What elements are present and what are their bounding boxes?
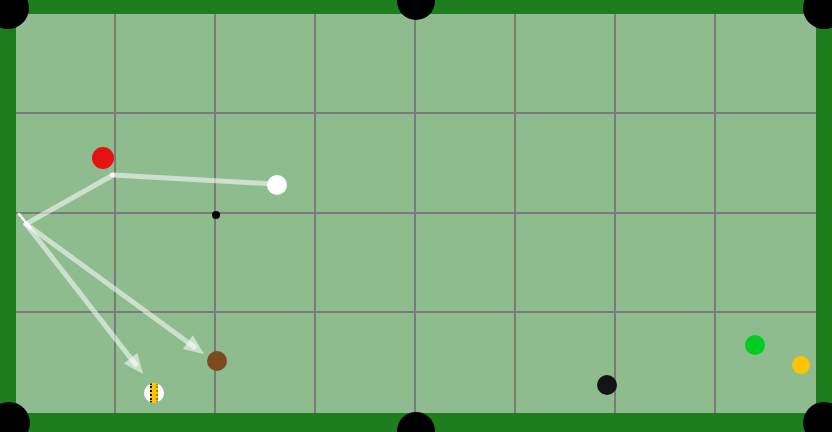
diamond-cell [216, 214, 316, 314]
diamond-cell [616, 14, 716, 114]
diamond-cell [216, 114, 316, 214]
diamond-cell [516, 14, 616, 114]
table-felt [16, 14, 816, 413]
ball-red[interactable] [92, 147, 114, 169]
diamond-cell [716, 114, 816, 214]
ball-gold[interactable] [792, 356, 810, 374]
ball-green[interactable] [745, 335, 765, 355]
diamond-cell [216, 14, 316, 114]
diamond-cell [416, 14, 516, 114]
diamond-cell [316, 313, 416, 413]
diamond-cell [16, 214, 116, 314]
diamond-cell [416, 114, 516, 214]
diamond-cell [316, 114, 416, 214]
diamond-cell [316, 214, 416, 314]
diamond-cell [516, 114, 616, 214]
ball-brown[interactable] [207, 351, 227, 371]
ball-black[interactable] [597, 375, 617, 395]
ball-striped-yellow[interactable] [144, 383, 164, 403]
diamond-cell [16, 313, 116, 413]
diamond-cell [616, 313, 716, 413]
diamond-cell [416, 214, 516, 314]
diamond-cell [216, 313, 316, 413]
diamond-cell [616, 214, 716, 314]
diamond-cell [516, 313, 616, 413]
diamond-cell [716, 214, 816, 314]
diamond-cell [616, 114, 716, 214]
diamond-cell [116, 14, 216, 114]
ball-cue-white[interactable] [267, 175, 287, 195]
spot-marker [212, 211, 220, 219]
pocket-bottom-middle [397, 412, 435, 432]
ball-stripe [150, 383, 158, 403]
diamond-cell [516, 214, 616, 314]
diamond-cell [716, 14, 816, 114]
diamond-cell [16, 14, 116, 114]
diamond-cell [416, 313, 516, 413]
pool-table [0, 0, 832, 432]
diamond-cell [116, 313, 216, 413]
diamond-cell [116, 114, 216, 214]
diamond-cell [116, 214, 216, 314]
diamond-cell [316, 14, 416, 114]
